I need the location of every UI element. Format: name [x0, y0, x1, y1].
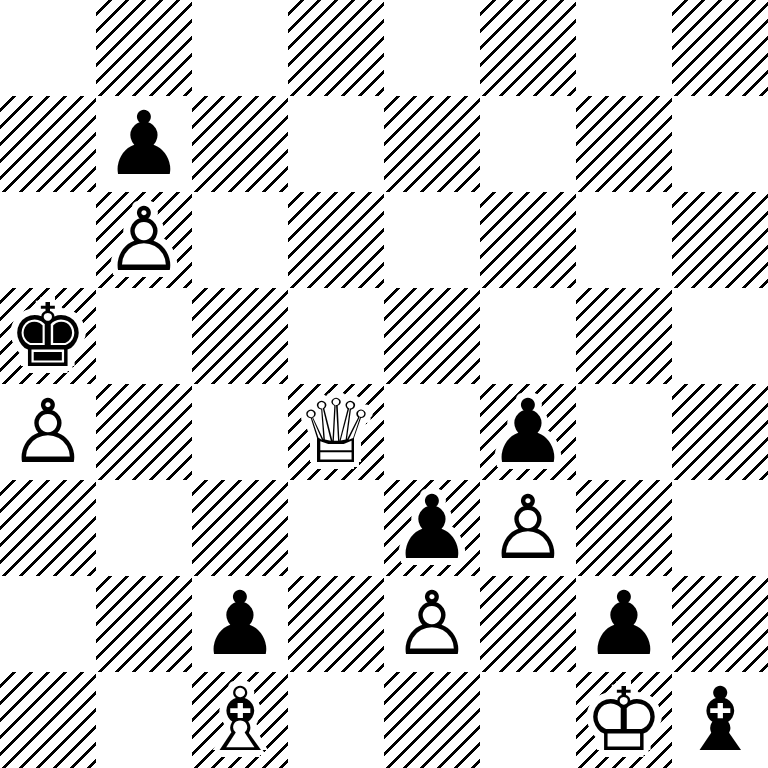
square-h2[interactable]	[672, 576, 768, 672]
piece-black-pawn[interactable]: ♟♟	[576, 576, 672, 672]
white-pawn-icon: ♙	[105, 196, 184, 284]
piece-black-pawn[interactable]: ♟♟	[480, 384, 576, 480]
square-b4[interactable]	[96, 384, 192, 480]
black-pawn-icon: ♟	[201, 580, 280, 668]
black-bishop-icon: ♝	[681, 676, 760, 764]
square-e7[interactable]	[384, 96, 480, 192]
piece-black-bishop[interactable]: ♝♝	[672, 672, 768, 768]
square-g6[interactable]	[576, 192, 672, 288]
piece-white-pawn[interactable]: ♟♙	[0, 384, 96, 480]
square-b7[interactable]: ♟♟	[96, 96, 192, 192]
square-a5[interactable]: ♚♚	[0, 288, 96, 384]
white-pawn-icon: ♙	[393, 580, 472, 668]
piece-white-king[interactable]: ♚♔	[576, 672, 672, 768]
square-d7[interactable]	[288, 96, 384, 192]
white-pawn-icon: ♙	[489, 484, 568, 572]
square-c4[interactable]	[192, 384, 288, 480]
square-b5[interactable]	[96, 288, 192, 384]
square-f4[interactable]: ♟♟	[480, 384, 576, 480]
square-e5[interactable]	[384, 288, 480, 384]
black-pawn-icon: ♟	[393, 484, 472, 572]
square-c5[interactable]	[192, 288, 288, 384]
square-d4[interactable]: ♛♕	[288, 384, 384, 480]
square-e6[interactable]	[384, 192, 480, 288]
square-e4[interactable]	[384, 384, 480, 480]
square-f3[interactable]: ♟♙	[480, 480, 576, 576]
square-h4[interactable]	[672, 384, 768, 480]
square-h8[interactable]	[672, 0, 768, 96]
white-king-icon: ♔	[585, 676, 664, 764]
black-pawn-icon: ♟	[105, 100, 184, 188]
square-f1[interactable]	[480, 672, 576, 768]
square-g8[interactable]	[576, 0, 672, 96]
square-c1[interactable]: ♝♗	[192, 672, 288, 768]
square-h7[interactable]	[672, 96, 768, 192]
square-d3[interactable]	[288, 480, 384, 576]
square-h5[interactable]	[672, 288, 768, 384]
square-a2[interactable]	[0, 576, 96, 672]
square-b2[interactable]	[96, 576, 192, 672]
square-c6[interactable]	[192, 192, 288, 288]
piece-black-pawn[interactable]: ♟♟	[192, 576, 288, 672]
square-g2[interactable]: ♟♟	[576, 576, 672, 672]
piece-white-pawn[interactable]: ♟♙	[480, 480, 576, 576]
square-d6[interactable]	[288, 192, 384, 288]
square-e3[interactable]: ♟♟	[384, 480, 480, 576]
square-a3[interactable]	[0, 480, 96, 576]
square-e8[interactable]	[384, 0, 480, 96]
square-f8[interactable]	[480, 0, 576, 96]
square-d1[interactable]	[288, 672, 384, 768]
square-d8[interactable]	[288, 0, 384, 96]
white-pawn-icon: ♙	[9, 388, 88, 476]
square-h6[interactable]	[672, 192, 768, 288]
square-g7[interactable]	[576, 96, 672, 192]
piece-white-bishop[interactable]: ♝♗	[192, 672, 288, 768]
square-g4[interactable]	[576, 384, 672, 480]
square-b3[interactable]	[96, 480, 192, 576]
square-g3[interactable]	[576, 480, 672, 576]
square-c2[interactable]: ♟♟	[192, 576, 288, 672]
square-f5[interactable]	[480, 288, 576, 384]
chess-board: ♟♟♟♙♚♚♟♙♛♕♟♟♟♟♟♙♟♟♟♙♟♟♝♗♚♔♝♝	[0, 0, 768, 768]
piece-black-pawn[interactable]: ♟♟	[96, 96, 192, 192]
piece-black-king[interactable]: ♚♚	[0, 288, 96, 384]
square-f7[interactable]	[480, 96, 576, 192]
square-d5[interactable]	[288, 288, 384, 384]
square-h3[interactable]	[672, 480, 768, 576]
piece-black-pawn[interactable]: ♟♟	[384, 480, 480, 576]
square-c7[interactable]	[192, 96, 288, 192]
square-a4[interactable]: ♟♙	[0, 384, 96, 480]
square-c8[interactable]	[192, 0, 288, 96]
square-a8[interactable]	[0, 0, 96, 96]
white-bishop-icon: ♗	[201, 676, 280, 764]
square-a6[interactable]	[0, 192, 96, 288]
black-pawn-icon: ♟	[585, 580, 664, 668]
square-c3[interactable]	[192, 480, 288, 576]
black-king-icon: ♚	[9, 292, 88, 380]
piece-white-pawn[interactable]: ♟♙	[96, 192, 192, 288]
piece-white-pawn[interactable]: ♟♙	[384, 576, 480, 672]
piece-white-queen[interactable]: ♛♕	[288, 384, 384, 480]
black-pawn-icon: ♟	[489, 388, 568, 476]
square-d2[interactable]	[288, 576, 384, 672]
square-e2[interactable]: ♟♙	[384, 576, 480, 672]
square-b6[interactable]: ♟♙	[96, 192, 192, 288]
square-b8[interactable]	[96, 0, 192, 96]
square-h1[interactable]: ♝♝	[672, 672, 768, 768]
square-g1[interactable]: ♚♔	[576, 672, 672, 768]
square-f2[interactable]	[480, 576, 576, 672]
square-g5[interactable]	[576, 288, 672, 384]
square-b1[interactable]	[96, 672, 192, 768]
square-f6[interactable]	[480, 192, 576, 288]
white-queen-icon: ♕	[297, 388, 376, 476]
square-e1[interactable]	[384, 672, 480, 768]
square-a7[interactable]	[0, 96, 96, 192]
square-a1[interactable]	[0, 672, 96, 768]
